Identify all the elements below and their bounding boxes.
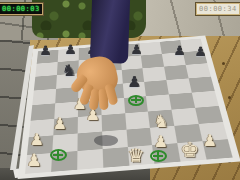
square-d1[interactable] xyxy=(102,147,129,168)
piece-black-pawn[interactable]: ♟ xyxy=(39,44,51,57)
wood-knot xyxy=(222,62,225,65)
left-clock: 00:00:03 xyxy=(0,2,44,16)
piece-white-pawn[interactable]: ♟ xyxy=(53,116,67,132)
move-marker-b2 xyxy=(50,149,67,161)
piece-black-pawn[interactable]: ♟ xyxy=(64,43,76,56)
square-d3[interactable] xyxy=(101,113,126,131)
piece-black-knight[interactable]: ♞ xyxy=(62,63,76,79)
left-clock-display: 00:00:03 xyxy=(0,4,42,14)
piece-white-pawn[interactable]: ♟ xyxy=(30,132,44,148)
piece-white-queen[interactable]: ♛ xyxy=(127,146,144,165)
piece-white-pawn[interactable]: ♟ xyxy=(203,133,217,149)
right-clock-display: 00:00:34 xyxy=(197,4,239,14)
piece-white-pawn[interactable]: ♟ xyxy=(26,152,41,169)
piece-black-pawn[interactable]: ♟ xyxy=(194,45,206,58)
move-marker-f1 xyxy=(150,150,167,162)
square-g3[interactable] xyxy=(172,108,199,126)
piece-white-king[interactable]: ♚ xyxy=(181,140,200,161)
held-piece-shadow xyxy=(94,135,118,146)
piece-black-pawn[interactable]: ♟ xyxy=(130,43,142,56)
piece-black-pawn[interactable]: ♟ xyxy=(173,44,185,57)
right-clock: 00:00:34 xyxy=(195,2,240,16)
piece-black-pawn[interactable]: ♟ xyxy=(127,75,140,90)
square-e3[interactable] xyxy=(125,111,151,129)
game-screen: ♟♟♟♟♟♟♞♟♟♟♟♟♞♟♛♚♟♟ 00:00:03 00:00:34 xyxy=(0,0,240,180)
wood-knot xyxy=(228,96,231,99)
piece-white-pawn[interactable]: ♟ xyxy=(154,134,168,150)
move-marker-e5 xyxy=(128,95,144,106)
square-h3[interactable] xyxy=(195,106,223,124)
suit-sleeve xyxy=(90,0,130,64)
square-c1[interactable] xyxy=(77,149,103,170)
piece-white-knight[interactable]: ♞ xyxy=(153,113,168,130)
